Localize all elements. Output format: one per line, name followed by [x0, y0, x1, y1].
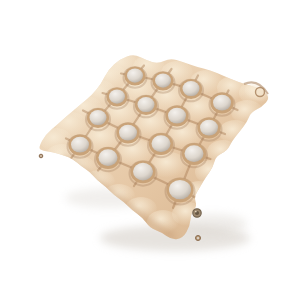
ventilation-hole — [130, 161, 157, 186]
ventilation-hole — [210, 93, 235, 116]
ventilation-hole — [68, 135, 93, 158]
flange-grommet — [39, 154, 43, 158]
ventilation-hole — [181, 143, 207, 167]
ventilation-hole — [95, 147, 121, 171]
inflation-valve — [193, 209, 201, 217]
ventilation-hole — [124, 66, 147, 87]
product-photo — [0, 0, 300, 300]
ventilation-hole — [134, 95, 158, 117]
ventilation-hole — [86, 108, 110, 130]
ventilation-hole — [197, 118, 222, 141]
cushion-illustration — [0, 0, 300, 300]
flange-grommet — [196, 236, 201, 241]
ventilation-hole — [166, 178, 195, 205]
ventilation-hole — [148, 133, 174, 157]
ventilation-hole — [152, 71, 175, 92]
ventilation-hole — [179, 79, 203, 101]
corner-coil — [256, 88, 265, 97]
ventilation-hole — [165, 106, 190, 129]
ventilation-hole — [106, 87, 129, 108]
ventilation-hole — [116, 123, 141, 146]
